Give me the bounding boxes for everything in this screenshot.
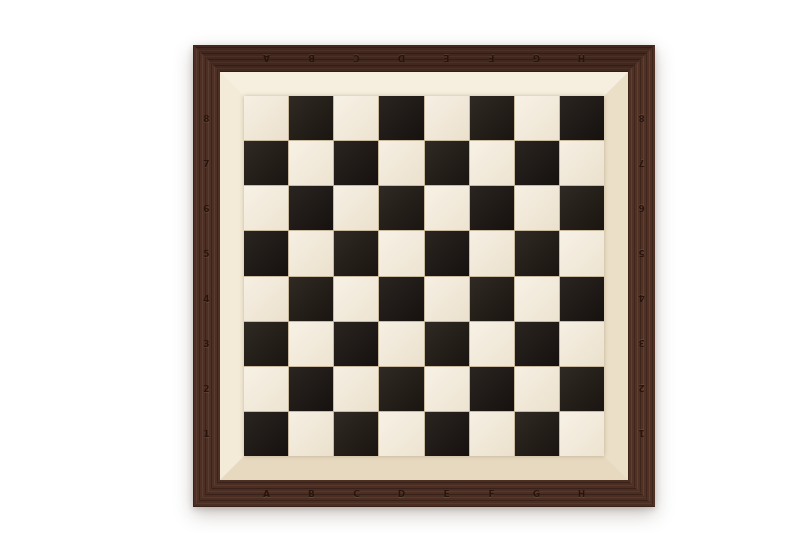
coordinate-label: E: [424, 480, 469, 507]
square-e8[interactable]: [425, 96, 469, 140]
coordinate-label: 5: [193, 231, 220, 276]
coordinate-label: 6: [628, 186, 655, 231]
square-g8[interactable]: [515, 96, 559, 140]
coordinate-label: C: [334, 480, 379, 507]
square-e7[interactable]: [425, 141, 469, 185]
square-e5[interactable]: [425, 231, 469, 275]
square-a5[interactable]: [244, 231, 288, 275]
square-e4[interactable]: [425, 277, 469, 321]
coordinate-label: G: [514, 45, 559, 72]
square-a4[interactable]: [244, 277, 288, 321]
coordinate-label: E: [424, 45, 469, 72]
square-h4[interactable]: [560, 277, 604, 321]
square-a1[interactable]: [244, 412, 288, 456]
square-h6[interactable]: [560, 186, 604, 230]
square-c8[interactable]: [334, 96, 378, 140]
square-h3[interactable]: [560, 322, 604, 366]
square-c4[interactable]: [334, 277, 378, 321]
square-g4[interactable]: [515, 277, 559, 321]
square-h7[interactable]: [560, 141, 604, 185]
coordinate-label: 8: [193, 96, 220, 141]
board-grid: [244, 96, 604, 456]
coordinate-label: 7: [193, 141, 220, 186]
square-c1[interactable]: [334, 412, 378, 456]
square-f7[interactable]: [470, 141, 514, 185]
marble-mat: [220, 72, 628, 480]
chess-board: ABCDEFGH ABCDEFGH 87654321 87654321: [193, 45, 655, 507]
square-a6[interactable]: [244, 186, 288, 230]
square-a7[interactable]: [244, 141, 288, 185]
square-a8[interactable]: [244, 96, 288, 140]
square-f6[interactable]: [470, 186, 514, 230]
square-g5[interactable]: [515, 231, 559, 275]
square-c7[interactable]: [334, 141, 378, 185]
square-h8[interactable]: [560, 96, 604, 140]
square-f5[interactable]: [470, 231, 514, 275]
square-d3[interactable]: [379, 322, 423, 366]
coordinate-label: B: [289, 45, 334, 72]
coordinate-label: 4: [193, 276, 220, 321]
square-b1[interactable]: [289, 412, 333, 456]
square-b8[interactable]: [289, 96, 333, 140]
square-f8[interactable]: [470, 96, 514, 140]
square-e6[interactable]: [425, 186, 469, 230]
square-g3[interactable]: [515, 322, 559, 366]
coordinate-label: 7: [628, 141, 655, 186]
square-h5[interactable]: [560, 231, 604, 275]
coordinate-label: 3: [628, 321, 655, 366]
coordinate-label: 1: [628, 411, 655, 456]
file-labels-top: ABCDEFGH: [244, 45, 604, 72]
square-f4[interactable]: [470, 277, 514, 321]
square-f1[interactable]: [470, 412, 514, 456]
square-b7[interactable]: [289, 141, 333, 185]
square-h1[interactable]: [560, 412, 604, 456]
square-f2[interactable]: [470, 367, 514, 411]
coordinate-label: 5: [628, 231, 655, 276]
square-g1[interactable]: [515, 412, 559, 456]
photo-background: ABCDEFGH ABCDEFGH 87654321 87654321: [0, 0, 800, 533]
square-a2[interactable]: [244, 367, 288, 411]
coordinate-label: H: [559, 45, 604, 72]
square-d5[interactable]: [379, 231, 423, 275]
square-b5[interactable]: [289, 231, 333, 275]
coordinate-label: A: [244, 480, 289, 507]
square-b6[interactable]: [289, 186, 333, 230]
square-e3[interactable]: [425, 322, 469, 366]
coordinate-label: A: [244, 45, 289, 72]
square-f3[interactable]: [470, 322, 514, 366]
coordinate-label: 2: [193, 366, 220, 411]
square-c5[interactable]: [334, 231, 378, 275]
square-c3[interactable]: [334, 322, 378, 366]
rank-labels-left: 87654321: [193, 96, 220, 456]
square-e1[interactable]: [425, 412, 469, 456]
square-h2[interactable]: [560, 367, 604, 411]
square-g7[interactable]: [515, 141, 559, 185]
square-c6[interactable]: [334, 186, 378, 230]
coordinate-label: D: [379, 45, 424, 72]
coordinate-label: 4: [628, 276, 655, 321]
coordinate-label: 1: [193, 411, 220, 456]
coordinate-label: C: [334, 45, 379, 72]
square-d7[interactable]: [379, 141, 423, 185]
coordinate-label: 8: [628, 96, 655, 141]
square-g6[interactable]: [515, 186, 559, 230]
coordinate-label: B: [289, 480, 334, 507]
square-d8[interactable]: [379, 96, 423, 140]
rank-labels-right: 87654321: [628, 96, 655, 456]
coordinate-label: H: [559, 480, 604, 507]
square-a3[interactable]: [244, 322, 288, 366]
square-d4[interactable]: [379, 277, 423, 321]
coordinate-label: 2: [628, 366, 655, 411]
coordinate-label: D: [379, 480, 424, 507]
coordinate-label: 3: [193, 321, 220, 366]
square-c2[interactable]: [334, 367, 378, 411]
coordinate-label: 6: [193, 186, 220, 231]
square-b3[interactable]: [289, 322, 333, 366]
square-d2[interactable]: [379, 367, 423, 411]
square-g2[interactable]: [515, 367, 559, 411]
square-b2[interactable]: [289, 367, 333, 411]
square-d6[interactable]: [379, 186, 423, 230]
coordinate-label: F: [469, 45, 514, 72]
coordinate-label: G: [514, 480, 559, 507]
coordinate-label: F: [469, 480, 514, 507]
square-e2[interactable]: [425, 367, 469, 411]
square-b4[interactable]: [289, 277, 333, 321]
file-labels-bottom: ABCDEFGH: [244, 480, 604, 507]
square-d1[interactable]: [379, 412, 423, 456]
